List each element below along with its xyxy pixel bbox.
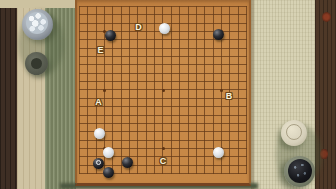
wood-plank-floor (0, 8, 17, 189)
move-hint-label-d[interactable]: D (135, 22, 142, 31)
black-stones-pile (288, 159, 312, 183)
white-stone (159, 23, 170, 34)
last-move-ring-icon (96, 160, 101, 165)
move-hint-label-a[interactable]: A (95, 97, 102, 106)
go-game-scene: ABCDE (0, 0, 336, 189)
black-stone (213, 29, 224, 40)
tatami-seam (251, 0, 254, 189)
wood-knot-icon (322, 12, 331, 22)
star-point (162, 147, 165, 150)
move-hint-label-c[interactable]: C (160, 156, 167, 165)
star-point (103, 89, 106, 92)
star-point (162, 89, 165, 92)
white-stones-pile (26, 12, 48, 34)
black-stone (122, 157, 133, 168)
move-hint-label-b[interactable]: B (226, 92, 233, 101)
white-stone (103, 147, 114, 158)
bowl-lid-right-ring (286, 124, 302, 140)
black-stone-last-move (93, 158, 104, 169)
black-stone (103, 167, 114, 178)
star-point (220, 89, 223, 92)
bowl-lid-left-center (31, 58, 42, 69)
move-hint-label-e[interactable]: E (97, 46, 103, 55)
white-stone (94, 128, 105, 139)
black-stone (105, 30, 116, 41)
white-stone (213, 147, 224, 158)
